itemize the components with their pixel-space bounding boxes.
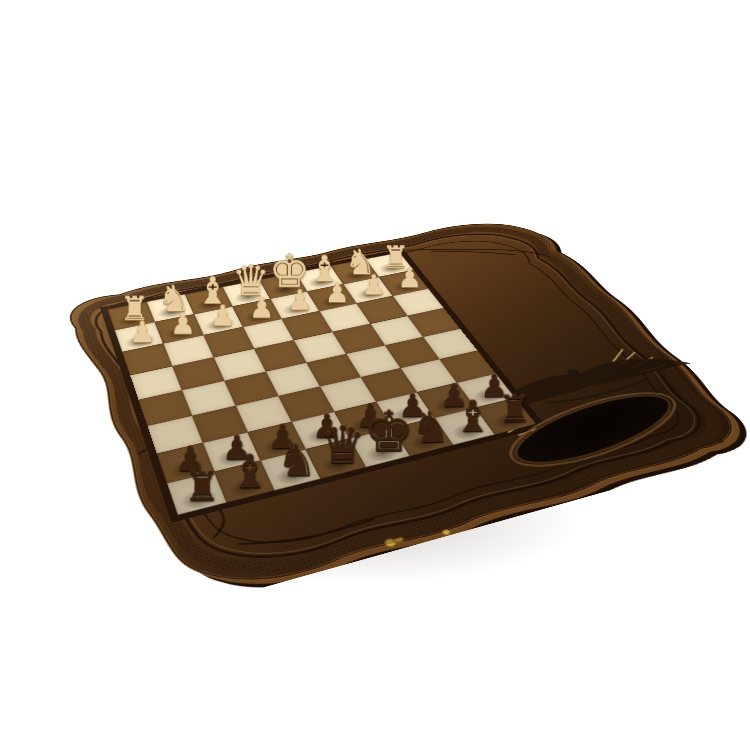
- black-queen: ♛: [318, 419, 366, 471]
- white-pawn: ♟: [280, 286, 320, 314]
- black-rook: ♜: [491, 390, 537, 427]
- white-pawn: ♟: [203, 301, 243, 330]
- white-pawn: ♟: [391, 264, 429, 291]
- black-bishop: ♝: [225, 448, 274, 494]
- black-knight: ♞: [272, 438, 321, 482]
- product-photo: ♜♞♝♛♚♝♞♜♟♟♟♟♟♟♟♟♟♟♟♟♟♟♟♟♜♝♞♛♚♞♝♜: [0, 0, 750, 750]
- white-pawn: ♟: [354, 271, 393, 298]
- white-pawn: ♟: [318, 278, 357, 306]
- white-pawn: ♟: [242, 293, 282, 321]
- black-bishop: ♝: [450, 395, 496, 438]
- black-rook: ♜: [177, 466, 227, 506]
- white-pawn: ♟: [122, 317, 163, 346]
- black-knight: ♞: [407, 406, 454, 449]
- black-king: ♚: [363, 404, 410, 460]
- white-pawn: ♟: [163, 309, 204, 338]
